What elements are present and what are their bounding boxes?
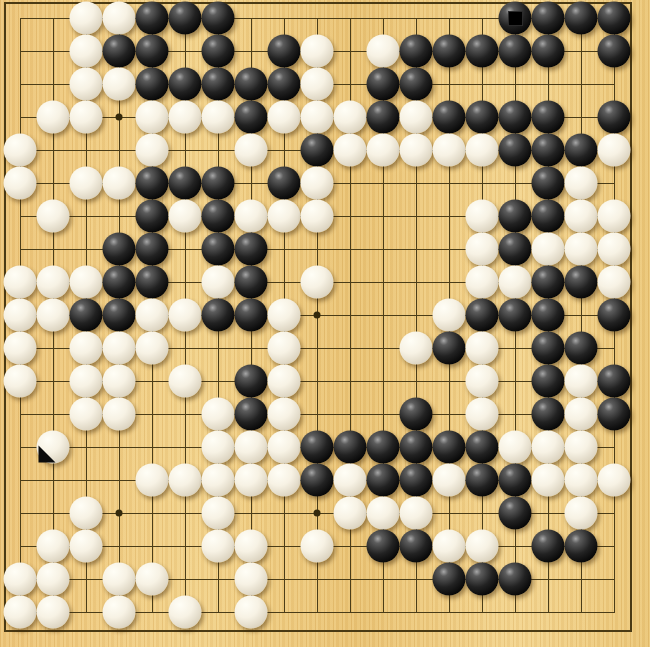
stone-black [598, 35, 631, 68]
stone-white [70, 530, 103, 563]
stone-white [235, 563, 268, 596]
stone-white [70, 398, 103, 431]
stone-white [4, 134, 37, 167]
stone-black [433, 35, 466, 68]
stone-white [235, 530, 268, 563]
star-point [314, 312, 321, 319]
stone-white [136, 299, 169, 332]
stone-black [499, 35, 532, 68]
stone-black [466, 431, 499, 464]
stone-black [565, 332, 598, 365]
stone-white [235, 134, 268, 167]
stone-white [202, 497, 235, 530]
stone-black [202, 68, 235, 101]
stone-white [202, 431, 235, 464]
stone-white [103, 332, 136, 365]
stone-white [466, 365, 499, 398]
stone-black [433, 332, 466, 365]
stone-black [136, 266, 169, 299]
square-marker-icon [508, 11, 523, 26]
stone-white [268, 332, 301, 365]
stone-white [268, 299, 301, 332]
stone-white [565, 464, 598, 497]
stone-white [268, 200, 301, 233]
stone-white [169, 596, 202, 629]
stone-black [400, 530, 433, 563]
stone-white [532, 464, 565, 497]
stone-white [532, 233, 565, 266]
stone-white [268, 398, 301, 431]
stone-white [4, 167, 37, 200]
stone-black [202, 167, 235, 200]
stone-white [235, 431, 268, 464]
stone-white [136, 134, 169, 167]
stone-white [301, 167, 334, 200]
stone-white [400, 497, 433, 530]
stone-white [400, 101, 433, 134]
stone-white [37, 200, 70, 233]
stone-black [367, 101, 400, 134]
stone-white [70, 332, 103, 365]
stone-black [532, 101, 565, 134]
stone-white [70, 167, 103, 200]
stone-white [466, 398, 499, 431]
triangle-marker-icon [39, 446, 56, 463]
stone-white [301, 101, 334, 134]
stone-white [4, 332, 37, 365]
stone-white [70, 2, 103, 35]
stone-black [301, 134, 334, 167]
stone-white [499, 266, 532, 299]
stone-black [268, 68, 301, 101]
stone-white [202, 266, 235, 299]
stone-black [70, 299, 103, 332]
stone-black [103, 266, 136, 299]
stone-black [136, 233, 169, 266]
stone-black [565, 2, 598, 35]
stone-white [136, 464, 169, 497]
stone-black [103, 35, 136, 68]
stone-black [532, 2, 565, 35]
stone-white [4, 596, 37, 629]
stone-white [367, 497, 400, 530]
stone-white [103, 398, 136, 431]
stone-white [37, 101, 70, 134]
stone-black [367, 464, 400, 497]
stone-white [70, 101, 103, 134]
stone-white [598, 200, 631, 233]
stone-white [466, 200, 499, 233]
stone-white [235, 464, 268, 497]
stone-black [301, 464, 334, 497]
star-point [116, 114, 123, 121]
stone-black [598, 398, 631, 431]
stone-black [136, 167, 169, 200]
stone-black [433, 431, 466, 464]
stone-black [103, 299, 136, 332]
stone-white [301, 200, 334, 233]
stone-white [37, 596, 70, 629]
stone-black [235, 398, 268, 431]
stone-white [169, 365, 202, 398]
stone-white [598, 266, 631, 299]
stone-black [598, 2, 631, 35]
stone-white [565, 200, 598, 233]
stone-white [565, 233, 598, 266]
stone-black [499, 563, 532, 596]
stone-black [532, 134, 565, 167]
stone-black [499, 464, 532, 497]
stone-white [202, 530, 235, 563]
stone-white [367, 134, 400, 167]
go-board[interactable] [0, 0, 650, 647]
stone-white [268, 101, 301, 134]
stone-black [532, 299, 565, 332]
stone-black [532, 398, 565, 431]
stone-white [565, 167, 598, 200]
stone-black [202, 200, 235, 233]
stone-white [37, 299, 70, 332]
stone-white [400, 332, 433, 365]
stone-black [136, 35, 169, 68]
stone-black [202, 299, 235, 332]
stone-white [565, 365, 598, 398]
stone-white [37, 530, 70, 563]
stone-black [268, 167, 301, 200]
stone-white [268, 365, 301, 398]
stone-white [532, 431, 565, 464]
stone-black [235, 233, 268, 266]
stone-white [70, 35, 103, 68]
stone-white [169, 299, 202, 332]
stone-black [466, 35, 499, 68]
stone-black [400, 431, 433, 464]
stone-black [169, 167, 202, 200]
stone-black [466, 101, 499, 134]
stone-black [598, 299, 631, 332]
stone-black [499, 299, 532, 332]
stone-black [532, 200, 565, 233]
stone-black [466, 299, 499, 332]
stone-white [499, 431, 532, 464]
stone-white [169, 101, 202, 134]
stone-white [466, 266, 499, 299]
stone-white [136, 563, 169, 596]
stone-white [70, 365, 103, 398]
stone-black [433, 101, 466, 134]
stone-white [103, 563, 136, 596]
stone-white [103, 68, 136, 101]
stone-white [136, 101, 169, 134]
stone-white [4, 299, 37, 332]
stone-white [70, 497, 103, 530]
stone-white [466, 332, 499, 365]
marker-triangle-host [37, 431, 70, 464]
stone-white [400, 134, 433, 167]
marker-square-host [499, 2, 532, 35]
stone-white [334, 497, 367, 530]
stone-black [103, 233, 136, 266]
stone-white [301, 35, 334, 68]
stone-white [301, 266, 334, 299]
stone-white [169, 464, 202, 497]
stone-black [169, 68, 202, 101]
stone-black [400, 398, 433, 431]
stone-black [268, 35, 301, 68]
stone-black [136, 200, 169, 233]
stone-white [268, 464, 301, 497]
stone-white [565, 431, 598, 464]
stone-black [400, 68, 433, 101]
stone-white [103, 167, 136, 200]
stone-white [433, 299, 466, 332]
stone-black [532, 332, 565, 365]
stone-white [70, 266, 103, 299]
stone-black [367, 68, 400, 101]
stone-white [235, 200, 268, 233]
stone-white [433, 530, 466, 563]
stone-white [301, 68, 334, 101]
stone-black [598, 365, 631, 398]
stone-black [532, 167, 565, 200]
stone-white [37, 266, 70, 299]
stone-black [499, 233, 532, 266]
stone-white [433, 464, 466, 497]
stone-white [202, 101, 235, 134]
stone-white [598, 233, 631, 266]
stone-black [499, 200, 532, 233]
star-point [314, 510, 321, 517]
stone-black [532, 35, 565, 68]
stone-white [433, 134, 466, 167]
stone-white [598, 134, 631, 167]
stone-black [499, 134, 532, 167]
stone-black [367, 530, 400, 563]
stone-black [499, 497, 532, 530]
stone-black [532, 266, 565, 299]
stone-white [103, 596, 136, 629]
stone-white [334, 134, 367, 167]
stone-white [466, 530, 499, 563]
stone-white [4, 266, 37, 299]
stone-black [235, 101, 268, 134]
stone-black [400, 464, 433, 497]
stone-black [598, 101, 631, 134]
stone-black [400, 35, 433, 68]
stone-black [367, 431, 400, 464]
stone-black [466, 563, 499, 596]
stone-white [37, 563, 70, 596]
stone-white [334, 101, 367, 134]
stone-white [367, 35, 400, 68]
star-point [116, 510, 123, 517]
stone-black [235, 68, 268, 101]
stone-black [565, 530, 598, 563]
stone-black [499, 101, 532, 134]
stone-black [235, 365, 268, 398]
stone-black [202, 233, 235, 266]
stone-black [202, 35, 235, 68]
stone-black [235, 299, 268, 332]
stone-white [565, 497, 598, 530]
stone-white [169, 200, 202, 233]
stone-white [598, 464, 631, 497]
stone-black [433, 563, 466, 596]
stone-white [466, 233, 499, 266]
stone-white [565, 398, 598, 431]
stone-white [103, 365, 136, 398]
stone-white [301, 530, 334, 563]
stone-black [334, 431, 367, 464]
stone-black [136, 2, 169, 35]
stone-black [301, 431, 334, 464]
stone-black [565, 134, 598, 167]
stone-white [70, 68, 103, 101]
stone-white [4, 563, 37, 596]
stone-white [334, 464, 367, 497]
stone-white [202, 464, 235, 497]
stone-white [103, 2, 136, 35]
stone-black [565, 266, 598, 299]
stone-white [4, 365, 37, 398]
stone-white [202, 398, 235, 431]
stone-white [136, 332, 169, 365]
stone-white [466, 134, 499, 167]
stone-black [136, 68, 169, 101]
stone-black [532, 530, 565, 563]
stone-white [235, 596, 268, 629]
stone-black [235, 266, 268, 299]
stone-black [532, 365, 565, 398]
stone-black [169, 2, 202, 35]
stone-black [202, 2, 235, 35]
stone-black [466, 464, 499, 497]
stone-white [268, 431, 301, 464]
